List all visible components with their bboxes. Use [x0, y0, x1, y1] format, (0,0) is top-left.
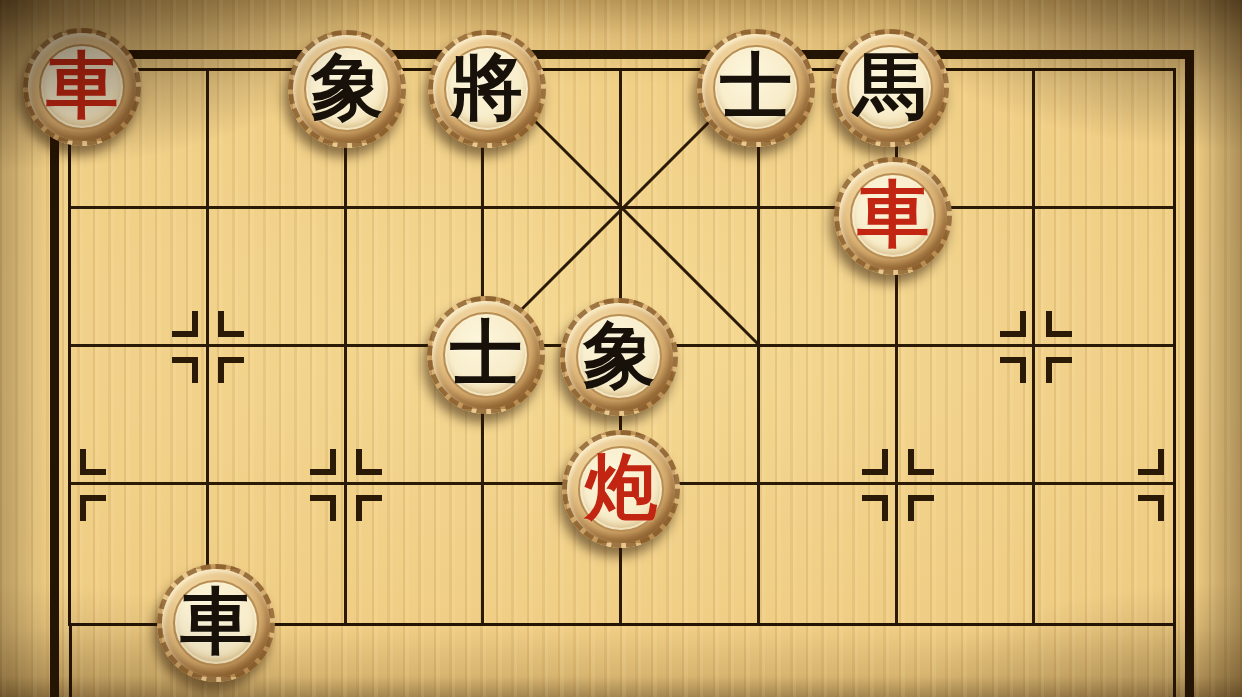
marker-bracket — [1046, 311, 1072, 337]
marker-bracket — [908, 449, 934, 475]
marker-bracket — [908, 495, 934, 521]
piece-face: 車 — [173, 580, 259, 666]
piece-glyph-chariot: 車 — [180, 585, 252, 657]
marker-bracket — [1046, 357, 1072, 383]
piece-face: 將 — [444, 46, 530, 132]
river-file-i-line — [1173, 626, 1176, 697]
xiangqi-board: 車象將士馬車士象炮車 — [0, 0, 1242, 697]
board-cell — [1035, 71, 1173, 209]
marker-bracket — [1000, 311, 1026, 337]
piece-red-chariot-a10[interactable]: 車 — [23, 28, 141, 146]
piece-face: 車 — [39, 44, 125, 130]
piece-glyph-elephant: 象 — [311, 51, 383, 123]
piece-face: 車 — [850, 173, 936, 259]
piece-face: 士 — [713, 45, 799, 131]
marker-bracket — [218, 311, 244, 337]
marker-bracket — [172, 311, 198, 337]
piece-glyph-chariot: 車 — [46, 49, 118, 121]
piece-face: 馬 — [847, 45, 933, 131]
piece-face: 炮 — [578, 446, 664, 532]
piece-glyph-cannon: 炮 — [585, 451, 657, 523]
piece-face: 象 — [304, 46, 390, 132]
piece-glyph-chariot: 車 — [857, 178, 929, 250]
marker-bracket — [862, 495, 888, 521]
marker-bracket — [1000, 357, 1026, 383]
piece-black-elephant-c10[interactable]: 象 — [288, 30, 406, 148]
marker-bracket — [356, 449, 382, 475]
piece-glyph-elephant: 象 — [583, 319, 655, 391]
marker-bracket — [310, 495, 336, 521]
piece-black-advisor-d8[interactable]: 士 — [427, 296, 545, 414]
marker-bracket — [1138, 495, 1164, 521]
marker-bracket — [1138, 449, 1164, 475]
river-file-a-line — [69, 626, 72, 697]
marker-bracket — [862, 449, 888, 475]
piece-glyph-general: 將 — [451, 51, 523, 123]
piece-black-horse-g10[interactable]: 馬 — [831, 29, 949, 147]
piece-face: 象 — [576, 314, 662, 400]
piece-face: 士 — [443, 312, 529, 398]
marker-bracket — [80, 495, 106, 521]
marker-bracket — [218, 357, 244, 383]
marker-bracket — [310, 449, 336, 475]
piece-black-general-d10[interactable]: 將 — [428, 30, 546, 148]
piece-glyph-advisor: 士 — [450, 317, 522, 389]
marker-bracket — [356, 495, 382, 521]
marker-bracket — [172, 357, 198, 383]
piece-glyph-advisor: 士 — [720, 50, 792, 122]
piece-red-cannon-e7[interactable]: 炮 — [562, 430, 680, 548]
piece-glyph-horse: 馬 — [854, 50, 926, 122]
piece-black-advisor-f10[interactable]: 士 — [697, 29, 815, 147]
piece-black-chariot-b6[interactable]: 車 — [157, 564, 275, 682]
marker-bracket — [80, 449, 106, 475]
piece-black-elephant-e8[interactable]: 象 — [560, 298, 678, 416]
piece-red-chariot-g9[interactable]: 車 — [834, 157, 952, 275]
